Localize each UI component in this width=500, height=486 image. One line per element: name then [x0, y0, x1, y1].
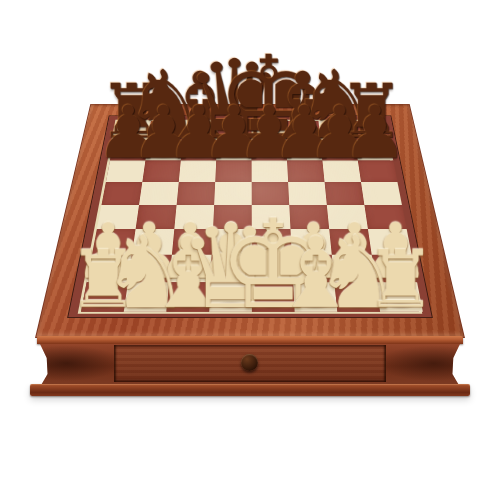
square-b5[interactable] [139, 182, 179, 205]
square-h1[interactable]: ♜ [376, 282, 423, 311]
box-base [40, 336, 460, 396]
board-border-band: ♜♞♝♛♚♝♞♜♟♟♟♟♟♟♟♟♟♟♟♟♟♟♟♟♜♞♝♛♚♝♞♜ [67, 116, 433, 318]
square-g6[interactable] [322, 161, 361, 182]
storage-drawer[interactable] [114, 345, 386, 382]
drawer-knob[interactable] [241, 354, 258, 371]
square-c6[interactable] [179, 161, 216, 182]
square-d6[interactable] [215, 161, 251, 182]
chess-board: ♜♞♝♛♚♝♞♜♟♟♟♟♟♟♟♟♟♟♟♟♟♟♟♟♜♞♝♛♚♝♞♜ [78, 120, 423, 314]
square-b6[interactable] [142, 161, 180, 182]
square-h7[interactable]: ♟ [355, 140, 393, 160]
square-a6[interactable] [106, 161, 146, 182]
box-body [40, 344, 460, 384]
board-frame: ♜♞♝♛♚♝♞♜♟♟♟♟♟♟♟♟♟♟♟♟♟♟♟♟♜♞♝♛♚♝♞♜ [35, 104, 465, 338]
square-e6[interactable] [252, 161, 288, 182]
square-g5[interactable] [325, 182, 365, 205]
square-h6[interactable] [358, 161, 398, 182]
base-lip [30, 384, 470, 396]
square-f6[interactable] [287, 161, 325, 182]
box-top-edge [37, 336, 463, 344]
chess-set-photo: ♜♞♝♛♚♝♞♜♟♟♟♟♟♟♟♟♟♟♟♟♟♟♟♟♜♞♝♛♚♝♞♜ [0, 0, 500, 486]
square-h5[interactable] [361, 182, 402, 205]
square-a5[interactable] [102, 182, 143, 205]
